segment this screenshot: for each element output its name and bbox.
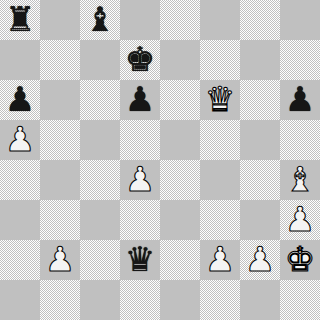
- square-f4[interactable]: [200, 160, 240, 200]
- square-g2[interactable]: ♟: [240, 240, 280, 280]
- square-e8[interactable]: [160, 0, 200, 40]
- square-a1[interactable]: [0, 280, 40, 320]
- square-g8[interactable]: [240, 0, 280, 40]
- square-f1[interactable]: [200, 280, 240, 320]
- square-f3[interactable]: [200, 200, 240, 240]
- square-f8[interactable]: [200, 0, 240, 40]
- piece-white-bishop: ♝: [285, 159, 315, 199]
- piece-black-rook: ♜: [5, 0, 35, 39]
- square-d8[interactable]: [120, 0, 160, 40]
- square-e2[interactable]: [160, 240, 200, 280]
- square-d5[interactable]: [120, 120, 160, 160]
- square-a6[interactable]: ♟: [0, 80, 40, 120]
- square-h4[interactable]: ♝: [280, 160, 320, 200]
- square-c5[interactable]: [80, 120, 120, 160]
- square-d4[interactable]: ♟: [120, 160, 160, 200]
- square-e1[interactable]: [160, 280, 200, 320]
- square-a3[interactable]: [0, 200, 40, 240]
- square-a7[interactable]: [0, 40, 40, 80]
- square-a4[interactable]: [0, 160, 40, 200]
- square-f6[interactable]: ♛: [200, 80, 240, 120]
- square-b2[interactable]: ♟: [40, 240, 80, 280]
- square-b5[interactable]: [40, 120, 80, 160]
- square-e6[interactable]: [160, 80, 200, 120]
- square-d1[interactable]: [120, 280, 160, 320]
- piece-white-king: ♚: [285, 239, 315, 279]
- piece-black-king: ♚: [125, 39, 155, 79]
- piece-white-pawn: ♟: [285, 199, 315, 239]
- piece-white-queen: ♛: [205, 79, 235, 119]
- square-c6[interactable]: [80, 80, 120, 120]
- piece-black-pawn: ♟: [285, 79, 315, 119]
- square-g7[interactable]: [240, 40, 280, 80]
- piece-white-pawn: ♟: [245, 239, 275, 279]
- square-e7[interactable]: [160, 40, 200, 80]
- square-e5[interactable]: [160, 120, 200, 160]
- piece-white-pawn: ♟: [205, 239, 235, 279]
- square-a8[interactable]: ♜: [0, 0, 40, 40]
- square-h6[interactable]: ♟: [280, 80, 320, 120]
- square-f2[interactable]: ♟: [200, 240, 240, 280]
- square-d3[interactable]: [120, 200, 160, 240]
- square-c3[interactable]: [80, 200, 120, 240]
- square-g6[interactable]: [240, 80, 280, 120]
- square-g1[interactable]: [240, 280, 280, 320]
- square-g3[interactable]: [240, 200, 280, 240]
- square-g5[interactable]: [240, 120, 280, 160]
- square-b4[interactable]: [40, 160, 80, 200]
- square-b6[interactable]: [40, 80, 80, 120]
- square-c7[interactable]: [80, 40, 120, 80]
- square-e4[interactable]: [160, 160, 200, 200]
- square-h8[interactable]: [280, 0, 320, 40]
- piece-white-pawn: ♟: [45, 239, 75, 279]
- square-b1[interactable]: [40, 280, 80, 320]
- square-c1[interactable]: [80, 280, 120, 320]
- piece-black-bishop: ♝: [85, 0, 115, 39]
- square-f5[interactable]: [200, 120, 240, 160]
- piece-white-pawn: ♟: [125, 159, 155, 199]
- square-h2[interactable]: ♚: [280, 240, 320, 280]
- square-b3[interactable]: [40, 200, 80, 240]
- piece-black-pawn: ♟: [5, 79, 35, 119]
- square-g4[interactable]: [240, 160, 280, 200]
- piece-black-queen: ♛: [125, 239, 155, 279]
- square-a2[interactable]: [0, 240, 40, 280]
- square-h3[interactable]: ♟: [280, 200, 320, 240]
- square-c8[interactable]: ♝: [80, 0, 120, 40]
- square-d2[interactable]: ♛: [120, 240, 160, 280]
- square-d7[interactable]: ♚: [120, 40, 160, 80]
- square-c2[interactable]: [80, 240, 120, 280]
- piece-white-pawn: ♟: [5, 119, 35, 159]
- square-b7[interactable]: [40, 40, 80, 80]
- square-e3[interactable]: [160, 200, 200, 240]
- square-f7[interactable]: [200, 40, 240, 80]
- piece-black-pawn: ♟: [125, 79, 155, 119]
- square-h7[interactable]: [280, 40, 320, 80]
- chess-board-container: ♜♝♚♟♟♛♟♟♟♝♟♟♛♟♟♚: [0, 0, 320, 320]
- square-d6[interactable]: ♟: [120, 80, 160, 120]
- square-b8[interactable]: [40, 0, 80, 40]
- square-h5[interactable]: [280, 120, 320, 160]
- chess-board: ♜♝♚♟♟♛♟♟♟♝♟♟♛♟♟♚: [0, 0, 320, 320]
- square-c4[interactable]: [80, 160, 120, 200]
- square-a5[interactable]: ♟: [0, 120, 40, 160]
- square-h1[interactable]: [280, 280, 320, 320]
